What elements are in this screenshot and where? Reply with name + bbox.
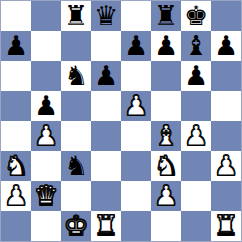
black-pawn-icon[interactable]: ♟ xyxy=(154,31,178,61)
black-rook-icon[interactable]: ♜ xyxy=(154,1,178,31)
square-d5[interactable] xyxy=(91,91,121,121)
white-pawn-icon[interactable]: ♟ xyxy=(34,121,58,151)
chess-board: ♜♛♜♚♟♟♟♝♟♞♟♟♟♟♟♝♟♞♞♞♟♟♛♟♚♜♜ xyxy=(0,0,242,242)
square-a5[interactable] xyxy=(1,91,31,121)
square-a7[interactable]: ♟ xyxy=(1,31,31,61)
square-h7[interactable]: ♟ xyxy=(211,31,241,61)
square-e8[interactable] xyxy=(121,1,151,31)
square-c2[interactable] xyxy=(61,181,91,211)
black-bishop-icon[interactable]: ♝ xyxy=(184,31,208,61)
square-b6[interactable] xyxy=(31,61,61,91)
square-g3[interactable] xyxy=(181,151,211,181)
square-c5[interactable] xyxy=(61,91,91,121)
square-a8[interactable] xyxy=(1,1,31,31)
square-d1[interactable]: ♜ xyxy=(91,211,121,241)
square-g1[interactable] xyxy=(181,211,211,241)
square-h3[interactable]: ♟ xyxy=(211,151,241,181)
square-b7[interactable] xyxy=(31,31,61,61)
square-b8[interactable] xyxy=(31,1,61,31)
white-pawn-icon[interactable]: ♟ xyxy=(124,91,148,121)
black-queen-icon[interactable]: ♛ xyxy=(94,1,118,31)
square-b5[interactable]: ♟ xyxy=(31,91,61,121)
square-d7[interactable] xyxy=(91,31,121,61)
square-f5[interactable] xyxy=(151,91,181,121)
white-rook-icon[interactable]: ♜ xyxy=(94,211,118,241)
black-knight-icon[interactable]: ♞ xyxy=(64,151,88,181)
square-d3[interactable] xyxy=(91,151,121,181)
square-f3[interactable]: ♞ xyxy=(151,151,181,181)
square-a1[interactable] xyxy=(1,211,31,241)
square-b2[interactable]: ♛ xyxy=(31,181,61,211)
black-knight-icon[interactable]: ♞ xyxy=(64,61,88,91)
square-g5[interactable] xyxy=(181,91,211,121)
square-d4[interactable] xyxy=(91,121,121,151)
square-f7[interactable]: ♟ xyxy=(151,31,181,61)
square-c6[interactable]: ♞ xyxy=(61,61,91,91)
square-e3[interactable] xyxy=(121,151,151,181)
square-h1[interactable]: ♜ xyxy=(211,211,241,241)
square-a2[interactable]: ♟ xyxy=(1,181,31,211)
square-b3[interactable] xyxy=(31,151,61,181)
square-c3[interactable]: ♞ xyxy=(61,151,91,181)
square-f4[interactable]: ♝ xyxy=(151,121,181,151)
square-h5[interactable] xyxy=(211,91,241,121)
square-e6[interactable] xyxy=(121,61,151,91)
black-pawn-icon[interactable]: ♟ xyxy=(184,61,208,91)
square-a4[interactable] xyxy=(1,121,31,151)
square-h6[interactable] xyxy=(211,61,241,91)
black-pawn-icon[interactable]: ♟ xyxy=(124,31,148,61)
black-pawn-icon[interactable]: ♟ xyxy=(4,31,28,61)
square-e5[interactable]: ♟ xyxy=(121,91,151,121)
square-e4[interactable] xyxy=(121,121,151,151)
square-d8[interactable]: ♛ xyxy=(91,1,121,31)
white-pawn-icon[interactable]: ♟ xyxy=(154,181,178,211)
square-c8[interactable]: ♜ xyxy=(61,1,91,31)
white-bishop-icon[interactable]: ♝ xyxy=(154,121,178,151)
black-pawn-icon[interactable]: ♟ xyxy=(34,91,58,121)
square-c7[interactable] xyxy=(61,31,91,61)
square-a6[interactable] xyxy=(1,61,31,91)
square-g8[interactable]: ♚ xyxy=(181,1,211,31)
square-e7[interactable]: ♟ xyxy=(121,31,151,61)
square-e1[interactable] xyxy=(121,211,151,241)
square-b1[interactable] xyxy=(31,211,61,241)
square-g7[interactable]: ♝ xyxy=(181,31,211,61)
square-d6[interactable]: ♟ xyxy=(91,61,121,91)
white-pawn-icon[interactable]: ♟ xyxy=(184,121,208,151)
white-king-icon[interactable]: ♚ xyxy=(64,211,88,241)
white-queen-icon[interactable]: ♛ xyxy=(34,181,58,211)
square-a3[interactable]: ♞ xyxy=(1,151,31,181)
black-king-icon[interactable]: ♚ xyxy=(184,1,208,31)
black-rook-icon[interactable]: ♜ xyxy=(64,1,88,31)
square-g6[interactable]: ♟ xyxy=(181,61,211,91)
square-e2[interactable] xyxy=(121,181,151,211)
white-knight-icon[interactable]: ♞ xyxy=(4,151,28,181)
square-h8[interactable] xyxy=(211,1,241,31)
black-pawn-icon[interactable]: ♟ xyxy=(214,31,238,61)
black-pawn-icon[interactable]: ♟ xyxy=(94,61,118,91)
white-pawn-icon[interactable]: ♟ xyxy=(4,181,28,211)
square-f8[interactable]: ♜ xyxy=(151,1,181,31)
white-knight-icon[interactable]: ♞ xyxy=(154,151,178,181)
white-rook-icon[interactable]: ♜ xyxy=(214,211,238,241)
square-c4[interactable] xyxy=(61,121,91,151)
white-pawn-icon[interactable]: ♟ xyxy=(214,151,238,181)
square-g2[interactable] xyxy=(181,181,211,211)
square-g4[interactable]: ♟ xyxy=(181,121,211,151)
square-f1[interactable] xyxy=(151,211,181,241)
square-b4[interactable]: ♟ xyxy=(31,121,61,151)
square-h4[interactable] xyxy=(211,121,241,151)
square-h2[interactable] xyxy=(211,181,241,211)
square-c1[interactable]: ♚ xyxy=(61,211,91,241)
square-d2[interactable] xyxy=(91,181,121,211)
square-f6[interactable] xyxy=(151,61,181,91)
square-f2[interactable]: ♟ xyxy=(151,181,181,211)
